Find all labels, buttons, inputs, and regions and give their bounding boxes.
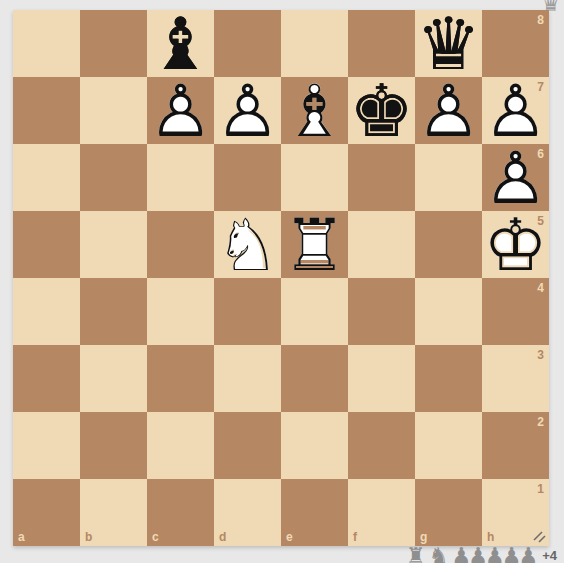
square-a3[interactable] bbox=[13, 345, 80, 412]
square-h5[interactable]: 5♚♔ bbox=[482, 211, 549, 278]
square-e2[interactable] bbox=[281, 412, 348, 479]
square-d6[interactable] bbox=[214, 144, 281, 211]
captured-knight-icon: ♞ bbox=[429, 545, 449, 563]
square-b3[interactable] bbox=[80, 345, 147, 412]
rank-label-2: 2 bbox=[537, 416, 544, 428]
square-d7[interactable]: ♟♙ bbox=[214, 77, 281, 144]
square-f5[interactable] bbox=[348, 211, 415, 278]
square-d2[interactable] bbox=[214, 412, 281, 479]
file-label-a: a bbox=[18, 531, 25, 543]
square-e7[interactable]: ♝♗ bbox=[281, 77, 348, 144]
white-bishop[interactable]: ♝♗ bbox=[281, 77, 348, 144]
square-a8[interactable] bbox=[13, 10, 80, 77]
square-e6[interactable] bbox=[281, 144, 348, 211]
square-e8[interactable] bbox=[281, 10, 348, 77]
file-label-h: h bbox=[487, 531, 494, 543]
square-f2[interactable] bbox=[348, 412, 415, 479]
black-queen[interactable]: ♛♕ bbox=[415, 10, 482, 77]
square-h2[interactable]: 2 bbox=[482, 412, 549, 479]
material-advantage: +4 bbox=[542, 549, 557, 562]
captured-pieces-bottom: ♜♞♟♟♟♟♟+4 bbox=[403, 545, 557, 563]
file-label-e: e bbox=[286, 531, 293, 543]
square-a1[interactable]: a bbox=[13, 479, 80, 546]
square-b6[interactable] bbox=[80, 144, 147, 211]
chess-app: ♛ ♝♗♛♕8♟♙♟♙♝♗♚♔♟♙7♟♙6♟♙♞♘♜♖5♚♔432abcdefg… bbox=[0, 0, 564, 563]
square-d1[interactable]: d bbox=[214, 479, 281, 546]
square-b4[interactable] bbox=[80, 278, 147, 345]
square-g2[interactable] bbox=[415, 412, 482, 479]
square-f1[interactable]: f bbox=[348, 479, 415, 546]
white-pawn[interactable]: ♟♙ bbox=[147, 77, 214, 144]
square-f6[interactable] bbox=[348, 144, 415, 211]
rank-label-1: 1 bbox=[537, 483, 544, 495]
file-label-d: d bbox=[219, 531, 226, 543]
white-knight[interactable]: ♞♘ bbox=[214, 211, 281, 278]
square-d5[interactable]: ♞♘ bbox=[214, 211, 281, 278]
rank-label-4: 4 bbox=[537, 282, 544, 294]
white-pawn[interactable]: ♟♙ bbox=[214, 77, 281, 144]
square-g8[interactable]: ♛♕ bbox=[415, 10, 482, 77]
square-a5[interactable] bbox=[13, 211, 80, 278]
square-c5[interactable] bbox=[147, 211, 214, 278]
rank-label-8: 8 bbox=[537, 14, 544, 26]
square-d8[interactable] bbox=[214, 10, 281, 77]
square-a7[interactable] bbox=[13, 77, 80, 144]
square-b2[interactable] bbox=[80, 412, 147, 479]
square-a6[interactable] bbox=[13, 144, 80, 211]
black-bishop[interactable]: ♝♗ bbox=[147, 10, 214, 77]
square-e5[interactable]: ♜♖ bbox=[281, 211, 348, 278]
rank-label-3: 3 bbox=[537, 349, 544, 361]
square-b1[interactable]: b bbox=[80, 479, 147, 546]
square-h8[interactable]: 8 bbox=[482, 10, 549, 77]
captured-rook-icon: ♜ bbox=[406, 545, 426, 563]
square-c2[interactable] bbox=[147, 412, 214, 479]
board-resize-handle[interactable] bbox=[532, 529, 546, 543]
square-c4[interactable] bbox=[147, 278, 214, 345]
square-g7[interactable]: ♟♙ bbox=[415, 77, 482, 144]
square-g5[interactable] bbox=[415, 211, 482, 278]
white-pawn[interactable]: ♟♙ bbox=[415, 77, 482, 144]
square-a2[interactable] bbox=[13, 412, 80, 479]
white-pawn[interactable]: ♟♙ bbox=[482, 144, 549, 211]
square-c6[interactable] bbox=[147, 144, 214, 211]
square-f7[interactable]: ♚♔ bbox=[348, 77, 415, 144]
square-d4[interactable] bbox=[214, 278, 281, 345]
square-d3[interactable] bbox=[214, 345, 281, 412]
square-c3[interactable] bbox=[147, 345, 214, 412]
black-king[interactable]: ♚♔ bbox=[348, 77, 415, 144]
white-rook[interactable]: ♜♖ bbox=[281, 211, 348, 278]
square-g4[interactable] bbox=[415, 278, 482, 345]
square-e4[interactable] bbox=[281, 278, 348, 345]
white-pawn[interactable]: ♟♙ bbox=[482, 77, 549, 144]
square-h3[interactable]: 3 bbox=[482, 345, 549, 412]
square-c7[interactable]: ♟♙ bbox=[147, 77, 214, 144]
square-h4[interactable]: 4 bbox=[482, 278, 549, 345]
square-f8[interactable] bbox=[348, 10, 415, 77]
file-label-b: b bbox=[85, 531, 92, 543]
file-label-g: g bbox=[420, 531, 427, 543]
chess-board: ♝♗♛♕8♟♙♟♙♝♗♚♔♟♙7♟♙6♟♙♞♘♜♖5♚♔432abcdefg1h bbox=[13, 10, 549, 546]
square-g1[interactable]: g bbox=[415, 479, 482, 546]
square-b8[interactable] bbox=[80, 10, 147, 77]
square-f3[interactable] bbox=[348, 345, 415, 412]
square-e3[interactable] bbox=[281, 345, 348, 412]
square-a4[interactable] bbox=[13, 278, 80, 345]
square-b5[interactable] bbox=[80, 211, 147, 278]
captured-pawn-icon: ♟ bbox=[518, 545, 538, 563]
square-h7[interactable]: 7♟♙ bbox=[482, 77, 549, 144]
square-h6[interactable]: 6♟♙ bbox=[482, 144, 549, 211]
square-e1[interactable]: e bbox=[281, 479, 348, 546]
square-b7[interactable] bbox=[80, 77, 147, 144]
square-c1[interactable]: c bbox=[147, 479, 214, 546]
square-g3[interactable] bbox=[415, 345, 482, 412]
file-label-c: c bbox=[152, 531, 159, 543]
square-c8[interactable]: ♝♗ bbox=[147, 10, 214, 77]
file-label-f: f bbox=[353, 531, 357, 543]
square-f4[interactable] bbox=[348, 278, 415, 345]
white-king[interactable]: ♚♔ bbox=[482, 211, 549, 278]
square-g6[interactable] bbox=[415, 144, 482, 211]
